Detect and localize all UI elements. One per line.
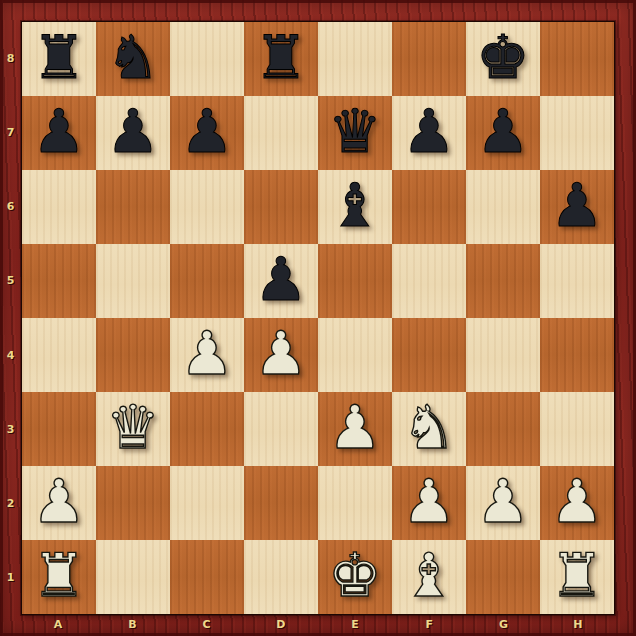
square-g6[interactable] — [466, 170, 540, 244]
square-f4[interactable] — [392, 318, 466, 392]
piece-black-rook-d8[interactable]: ♜ — [254, 27, 308, 87]
file-label-b: B — [95, 615, 169, 636]
rank-labels: 87654321 — [0, 21, 21, 615]
square-f7[interactable]: ♟ — [392, 96, 466, 170]
rank-label-3: 3 — [0, 392, 21, 466]
file-label-g: G — [467, 615, 541, 636]
square-g4[interactable] — [466, 318, 540, 392]
rank-label-2: 2 — [0, 467, 21, 541]
chess-board-frame: ♜♞♜♚♟♟♟♛♟♟♝♟♟♟♟♛♟♞♟♟♟♟♜♚♝♜ 87654321 ABCD… — [0, 0, 636, 636]
square-g7[interactable]: ♟ — [466, 96, 540, 170]
chess-board: ♜♞♜♚♟♟♟♛♟♟♝♟♟♟♟♛♟♞♟♟♟♟♜♚♝♜ — [21, 21, 615, 615]
square-c1[interactable] — [170, 540, 244, 614]
piece-white-knight-f3[interactable]: ♞ — [402, 397, 456, 457]
piece-black-king-g8[interactable]: ♚ — [476, 27, 530, 87]
square-d4[interactable]: ♟ — [244, 318, 318, 392]
square-e5[interactable] — [318, 244, 392, 318]
file-label-d: D — [244, 615, 318, 636]
square-a7[interactable]: ♟ — [22, 96, 96, 170]
rank-label-1: 1 — [0, 541, 21, 615]
rank-label-8: 8 — [0, 21, 21, 95]
square-b4[interactable] — [96, 318, 170, 392]
square-c2[interactable] — [170, 466, 244, 540]
piece-black-rook-a8[interactable]: ♜ — [32, 27, 86, 87]
square-g1[interactable] — [466, 540, 540, 614]
piece-white-pawn-c4[interactable]: ♟ — [180, 323, 234, 383]
square-c8[interactable] — [170, 22, 244, 96]
piece-white-pawn-e3[interactable]: ♟ — [328, 397, 382, 457]
square-e6[interactable]: ♝ — [318, 170, 392, 244]
piece-white-pawn-d4[interactable]: ♟ — [254, 323, 308, 383]
square-d5[interactable]: ♟ — [244, 244, 318, 318]
square-c3[interactable] — [170, 392, 244, 466]
square-e1[interactable]: ♚ — [318, 540, 392, 614]
square-f6[interactable] — [392, 170, 466, 244]
rank-label-6: 6 — [0, 170, 21, 244]
square-b6[interactable] — [96, 170, 170, 244]
file-labels: ABCDEFGH — [21, 615, 615, 636]
square-b5[interactable] — [96, 244, 170, 318]
file-label-a: A — [21, 615, 95, 636]
square-e3[interactable]: ♟ — [318, 392, 392, 466]
square-f8[interactable] — [392, 22, 466, 96]
square-h3[interactable] — [540, 392, 614, 466]
square-a4[interactable] — [22, 318, 96, 392]
square-f3[interactable]: ♞ — [392, 392, 466, 466]
square-b8[interactable]: ♞ — [96, 22, 170, 96]
square-e4[interactable] — [318, 318, 392, 392]
piece-white-pawn-f2[interactable]: ♟ — [402, 471, 456, 531]
square-d8[interactable]: ♜ — [244, 22, 318, 96]
square-b2[interactable] — [96, 466, 170, 540]
square-c4[interactable]: ♟ — [170, 318, 244, 392]
rank-label-4: 4 — [0, 318, 21, 392]
piece-white-king-e1[interactable]: ♚ — [328, 545, 382, 605]
piece-white-rook-a1[interactable]: ♜ — [32, 545, 86, 605]
square-c6[interactable] — [170, 170, 244, 244]
piece-black-pawn-b7[interactable]: ♟ — [106, 101, 160, 161]
square-h4[interactable] — [540, 318, 614, 392]
square-d6[interactable] — [244, 170, 318, 244]
square-h6[interactable]: ♟ — [540, 170, 614, 244]
rank-label-5: 5 — [0, 244, 21, 318]
square-a2[interactable]: ♟ — [22, 466, 96, 540]
square-b1[interactable] — [96, 540, 170, 614]
piece-white-rook-h1[interactable]: ♜ — [550, 545, 604, 605]
square-h2[interactable]: ♟ — [540, 466, 614, 540]
piece-white-queen-b3[interactable]: ♛ — [106, 397, 160, 457]
piece-black-knight-b8[interactable]: ♞ — [106, 27, 160, 87]
file-label-e: E — [318, 615, 392, 636]
square-h8[interactable] — [540, 22, 614, 96]
square-h7[interactable] — [540, 96, 614, 170]
file-label-f: F — [392, 615, 466, 636]
piece-black-queen-e7[interactable]: ♛ — [328, 101, 382, 161]
square-b3[interactable]: ♛ — [96, 392, 170, 466]
square-g2[interactable]: ♟ — [466, 466, 540, 540]
square-d1[interactable] — [244, 540, 318, 614]
piece-black-pawn-f7[interactable]: ♟ — [402, 101, 456, 161]
piece-white-bishop-f1[interactable]: ♝ — [402, 545, 456, 605]
square-f2[interactable]: ♟ — [392, 466, 466, 540]
rank-label-7: 7 — [0, 95, 21, 169]
square-a3[interactable] — [22, 392, 96, 466]
square-a5[interactable] — [22, 244, 96, 318]
square-c5[interactable] — [170, 244, 244, 318]
square-d7[interactable] — [244, 96, 318, 170]
piece-white-pawn-h2[interactable]: ♟ — [550, 471, 604, 531]
piece-black-pawn-d5[interactable]: ♟ — [254, 249, 308, 309]
square-a1[interactable]: ♜ — [22, 540, 96, 614]
square-h5[interactable] — [540, 244, 614, 318]
square-g8[interactable]: ♚ — [466, 22, 540, 96]
piece-black-pawn-a7[interactable]: ♟ — [32, 101, 86, 161]
square-c7[interactable]: ♟ — [170, 96, 244, 170]
piece-black-pawn-h6[interactable]: ♟ — [550, 175, 604, 235]
piece-black-pawn-g7[interactable]: ♟ — [476, 101, 530, 161]
file-label-c: C — [170, 615, 244, 636]
square-f1[interactable]: ♝ — [392, 540, 466, 614]
piece-black-bishop-e6[interactable]: ♝ — [328, 175, 382, 235]
square-b7[interactable]: ♟ — [96, 96, 170, 170]
square-h1[interactable]: ♜ — [540, 540, 614, 614]
square-e7[interactable]: ♛ — [318, 96, 392, 170]
square-e8[interactable] — [318, 22, 392, 96]
file-label-h: H — [541, 615, 615, 636]
piece-black-pawn-c7[interactable]: ♟ — [180, 101, 234, 161]
piece-white-pawn-g2[interactable]: ♟ — [476, 471, 530, 531]
square-e2[interactable] — [318, 466, 392, 540]
square-a6[interactable] — [22, 170, 96, 244]
square-g5[interactable] — [466, 244, 540, 318]
square-a8[interactable]: ♜ — [22, 22, 96, 96]
square-g3[interactable] — [466, 392, 540, 466]
square-d2[interactable] — [244, 466, 318, 540]
square-d3[interactable] — [244, 392, 318, 466]
square-f5[interactable] — [392, 244, 466, 318]
piece-white-pawn-a2[interactable]: ♟ — [32, 471, 86, 531]
